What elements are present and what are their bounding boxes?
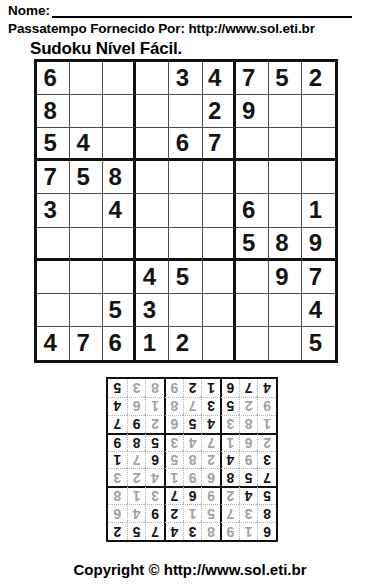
cell-r5c8[interactable] [269, 194, 302, 227]
cell-r1c2[interactable] [70, 62, 103, 95]
cell-r6c3[interactable] [103, 228, 136, 261]
solution-cell-r3c4: 9 [201, 486, 220, 504]
solution-cell-r8c9: 4 [108, 397, 127, 415]
solution-cell-r7c1: 1 [257, 415, 276, 433]
solution-cell-r8c5: 7 [183, 397, 202, 415]
cell-r1c9: 2 [302, 62, 335, 95]
solution-cell-r6c3: 1 [220, 433, 239, 451]
cell-r7c3[interactable] [103, 261, 136, 294]
cell-r2c5[interactable] [169, 95, 202, 128]
cell-r8c6[interactable] [203, 294, 236, 327]
solution-cell-r5c7: 6 [145, 451, 164, 469]
solution-cell-r3c2: 4 [239, 486, 258, 504]
cell-r7c1[interactable] [37, 261, 70, 294]
cell-r3c2: 4 [70, 128, 103, 161]
cell-r6c5[interactable] [169, 228, 202, 261]
solution-cell-r6c9: 9 [108, 433, 127, 451]
solution-cell-r9c8: 3 [127, 379, 146, 397]
cell-r9c2: 7 [70, 327, 103, 360]
solution-cell-r6c4: 7 [201, 433, 220, 451]
name-label: Nome: [8, 3, 50, 18]
cell-r7c7[interactable] [236, 261, 269, 294]
solution-cell-r5c8: 7 [127, 451, 146, 469]
solution-cell-r3c9: 8 [108, 486, 127, 504]
solution-cell-r9c4: 1 [201, 379, 220, 397]
cell-r5c4[interactable] [136, 194, 169, 227]
solution-cell-r3c1: 5 [257, 486, 276, 504]
cell-r8c3: 5 [103, 294, 136, 327]
name-write-line [52, 3, 352, 18]
cell-r6c6[interactable] [203, 228, 236, 261]
cell-r4c7[interactable] [236, 161, 269, 194]
cell-r5c9: 1 [302, 194, 335, 227]
solution-cell-r4c9: 3 [108, 468, 127, 486]
solution-cell-r6c2: 6 [239, 433, 258, 451]
cell-r9c4: 1 [136, 327, 169, 360]
cell-r1c5: 3 [169, 62, 202, 95]
solution-cell-r2c1: 8 [257, 504, 276, 522]
cell-r8c9: 4 [302, 294, 335, 327]
solution-cell-r7c6: 6 [164, 415, 183, 433]
solution-cell-r2c2: 3 [239, 504, 258, 522]
solution-cell-r8c8: 6 [127, 397, 146, 415]
solution-cell-r5c2: 9 [239, 451, 258, 469]
solution-cell-r8c7: 1 [145, 397, 164, 415]
cell-r2c6: 2 [203, 95, 236, 128]
solution-cell-r4c1: 7 [257, 468, 276, 486]
solution-cell-r8c1: 9 [257, 397, 276, 415]
solution-cell-r7c4: 4 [201, 415, 220, 433]
cell-r3c4[interactable] [136, 128, 169, 161]
cell-r8c4: 3 [136, 294, 169, 327]
solution-cell-r2c4: 5 [201, 504, 220, 522]
cell-r8c7[interactable] [236, 294, 269, 327]
solution-cell-r4c5: 9 [183, 468, 202, 486]
solution-cell-r4c8: 2 [127, 468, 146, 486]
cell-r4c9[interactable] [302, 161, 335, 194]
solution-cell-r2c5: 1 [183, 504, 202, 522]
cell-r3c8[interactable] [269, 128, 302, 161]
cell-r1c6: 4 [203, 62, 236, 95]
cell-r2c3[interactable] [103, 95, 136, 128]
cell-r6c1[interactable] [37, 228, 70, 261]
cell-r3c6: 7 [203, 128, 236, 161]
copyright-line: Copyright © http://www.sol.eti.br [0, 561, 380, 578]
cell-r9c3: 6 [103, 327, 136, 360]
solution-cell-r6c1: 2 [257, 433, 276, 451]
solution-cell-r1c9: 2 [108, 522, 127, 540]
cell-r1c4[interactable] [136, 62, 169, 95]
solution-cell-r9c2: 7 [239, 379, 258, 397]
solution-cell-r5c1: 3 [257, 451, 276, 469]
solution-cell-r3c5: 6 [183, 486, 202, 504]
cell-r9c1: 4 [37, 327, 70, 360]
solution-cell-r1c8: 5 [127, 522, 146, 540]
cell-r5c5[interactable] [169, 194, 202, 227]
cell-r9c5: 2 [169, 327, 202, 360]
solution-cell-r7c2: 8 [239, 415, 258, 433]
solution-cell-r9c9: 5 [108, 379, 127, 397]
solution-cell-r8c2: 2 [239, 397, 258, 415]
cell-r7c6[interactable] [203, 261, 236, 294]
provider-line: Passatempo Fornecido Por: http://www.sol… [8, 21, 315, 36]
page-title: Sudoku Nível Fácil. [30, 39, 182, 59]
solution-cell-r9c3: 6 [220, 379, 239, 397]
solution-cell-r1c3: 9 [220, 522, 239, 540]
cell-r2c2[interactable] [70, 95, 103, 128]
cell-r3c7[interactable] [236, 128, 269, 161]
solution-cell-r9c7: 8 [145, 379, 164, 397]
cell-r4c4[interactable] [136, 161, 169, 194]
solution-cell-r8c3: 5 [220, 397, 239, 415]
cell-r4c5[interactable] [169, 161, 202, 194]
solution-cell-r1c4: 8 [201, 522, 220, 540]
solution-cell-r3c7: 3 [145, 486, 164, 504]
solution-cell-r2c9: 6 [108, 504, 127, 522]
solution-cell-r7c7: 2 [145, 415, 164, 433]
name-field-row: Nome: [8, 3, 352, 18]
solution-cell-r4c4: 6 [201, 468, 220, 486]
solution-cell-r6c8: 8 [127, 433, 146, 451]
solution-cell-r4c7: 4 [145, 468, 164, 486]
cell-r2c1: 8 [37, 95, 70, 128]
solution-cell-r3c6: 7 [164, 486, 183, 504]
solution-cell-r2c3: 7 [220, 504, 239, 522]
cell-r8c5[interactable] [169, 294, 202, 327]
cell-r9c8[interactable] [269, 327, 302, 360]
solution-cell-r7c3: 3 [220, 415, 239, 433]
cell-r4c6[interactable] [203, 161, 236, 194]
solution-cell-r9c1: 4 [257, 379, 276, 397]
cell-r2c4[interactable] [136, 95, 169, 128]
cell-r5c3: 4 [103, 194, 136, 227]
solution-cell-r8c4: 3 [201, 397, 220, 415]
sudoku-grid: 634752829546775834615894597534476125 [34, 59, 338, 363]
solution-cell-r5c9: 1 [108, 451, 127, 469]
solution-cell-r5c3: 4 [220, 451, 239, 469]
cell-r3c5: 6 [169, 128, 202, 161]
cell-r3c9[interactable] [302, 128, 335, 161]
cell-r8c2[interactable] [70, 294, 103, 327]
cell-r2c9[interactable] [302, 95, 335, 128]
cell-r9c6[interactable] [203, 327, 236, 360]
solution-cell-r4c2: 5 [239, 468, 258, 486]
cell-r7c8: 9 [269, 261, 302, 294]
cell-r6c2[interactable] [70, 228, 103, 261]
solution-cell-r5c6: 5 [164, 451, 183, 469]
cell-r4c8[interactable] [269, 161, 302, 194]
cell-r5c7: 6 [236, 194, 269, 227]
solution-cell-r3c3: 2 [220, 486, 239, 504]
solution-cell-r7c8: 9 [127, 415, 146, 433]
solution-cell-r2c8: 4 [127, 504, 146, 522]
cell-r9c7[interactable] [236, 327, 269, 360]
cell-r1c7: 7 [236, 62, 269, 95]
cell-r1c3[interactable] [103, 62, 136, 95]
cell-r4c1: 7 [37, 161, 70, 194]
cell-r3c1: 5 [37, 128, 70, 161]
solution-cell-r1c5: 3 [183, 522, 202, 540]
cell-r9c9: 5 [302, 327, 335, 360]
cell-r5c1: 3 [37, 194, 70, 227]
solution-cell-r3c8: 1 [127, 486, 146, 504]
solution-cell-r8c6: 8 [164, 397, 183, 415]
cell-r4c3: 8 [103, 161, 136, 194]
solution-cell-r2c7: 9 [145, 504, 164, 522]
cell-r6c9: 9 [302, 228, 335, 261]
solution-cell-r7c5: 5 [183, 415, 202, 433]
cell-r6c4[interactable] [136, 228, 169, 261]
solution-grid: 6198347528375129465429673187586914233942… [106, 377, 278, 542]
solution-cell-r1c1: 6 [257, 522, 276, 540]
solution-cell-r5c4: 2 [201, 451, 220, 469]
cell-r7c2[interactable] [70, 261, 103, 294]
solution-cell-r2c6: 2 [164, 504, 183, 522]
cell-r7c9: 7 [302, 261, 335, 294]
solution-cell-r4c3: 8 [220, 468, 239, 486]
cell-r7c5: 5 [169, 261, 202, 294]
cell-r3c3[interactable] [103, 128, 136, 161]
cell-r4c2: 5 [70, 161, 103, 194]
solution-cell-r9c6: 9 [164, 379, 183, 397]
solution-cell-r1c7: 7 [145, 522, 164, 540]
solution-cell-r7c9: 7 [108, 415, 127, 433]
cell-r2c8[interactable] [269, 95, 302, 128]
cell-r1c1: 6 [37, 62, 70, 95]
cell-r8c8[interactable] [269, 294, 302, 327]
cell-r6c7: 5 [236, 228, 269, 261]
cell-r5c2[interactable] [70, 194, 103, 227]
solution-cell-r1c6: 4 [164, 522, 183, 540]
solution-cell-r1c2: 1 [239, 522, 258, 540]
solution-cell-r6c6: 3 [164, 433, 183, 451]
solution-cell-r6c5: 4 [183, 433, 202, 451]
cell-r8c1[interactable] [37, 294, 70, 327]
solution-cell-r6c7: 5 [145, 433, 164, 451]
cell-r2c7: 9 [236, 95, 269, 128]
cell-r6c8: 8 [269, 228, 302, 261]
cell-r5c6[interactable] [203, 194, 236, 227]
solution-cell-r4c6: 1 [164, 468, 183, 486]
solution-cell-r9c5: 2 [183, 379, 202, 397]
cell-r1c8: 5 [269, 62, 302, 95]
cell-r7c4: 4 [136, 261, 169, 294]
solution-cell-r5c5: 8 [183, 451, 202, 469]
